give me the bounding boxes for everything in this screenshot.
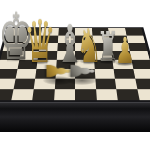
gold-pawn-glyph: ♟ <box>115 33 135 69</box>
silver-pawn-glyph: ♟ <box>66 62 99 80</box>
chess-set-photo: ♚♛♝♞♜♟♟♟ <box>0 0 150 150</box>
pieces-layer: ♚♛♝♞♜♟♟♟ <box>0 0 150 150</box>
